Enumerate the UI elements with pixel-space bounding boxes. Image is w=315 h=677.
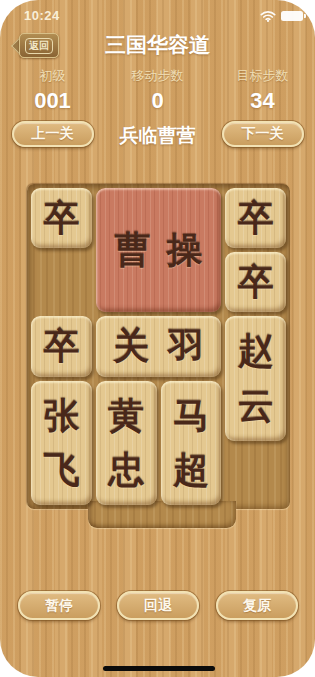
battery-icon [281,11,303,21]
back-button-label: 返回 [25,38,53,54]
tile-huangzhong[interactable]: 黄忠 [96,381,157,505]
tile-character: 操 [167,232,203,268]
pause-button[interactable]: 暂停 [18,591,100,620]
target-count: 34 [250,88,274,114]
level-number: 001 [34,88,71,114]
tile-zu2[interactable]: 卒 [225,188,286,248]
board-grid: 卒曹操卒卒卒关羽赵云张飞黄忠马超 [27,184,290,509]
back-button[interactable]: 返回 [12,33,59,58]
wifi-icon [260,10,276,22]
phone-screen: 10:24 三国华容道 返回 初级 001 上一关 移动步数 0 兵临曹营 目标… [0,0,315,677]
tile-caocao[interactable]: 曹操 [96,188,222,312]
undo-button[interactable]: 回退 [117,591,199,620]
level-name: 兵临曹营 [120,123,196,149]
tile-character: 关 [113,328,149,364]
reset-button[interactable]: 复原 [216,591,298,620]
moves-count: 0 [151,88,163,114]
tile-guanyu[interactable]: 关羽 [96,316,222,376]
tile-character: 超 [173,452,209,488]
tile-character: 云 [238,388,274,424]
tile-character: 张 [43,398,79,434]
tile-zhangfei[interactable]: 张飞 [31,381,92,505]
prev-level-button[interactable]: 上一关 [12,121,94,147]
stats-row: 初级 001 上一关 移动步数 0 兵临曹营 目标步数 34 下一关 [0,67,315,149]
tile-character: 卒 [43,200,79,236]
tile-character: 羽 [168,328,204,364]
status-icons [260,10,303,22]
home-indicator[interactable] [103,666,215,671]
tile-character: 马 [173,398,209,434]
level-label: 初级 [40,67,66,85]
game-board: 卒曹操卒卒卒关羽赵云张飞黄忠马超 [0,166,315,536]
tile-zu4[interactable]: 卒 [31,316,92,376]
tile-character: 卒 [43,328,79,364]
tile-character: 赵 [238,333,274,369]
moves-label: 移动步数 [132,67,184,85]
tile-machao[interactable]: 马超 [161,381,222,505]
tile-zhaoyun[interactable]: 赵云 [225,316,286,440]
tile-character: 飞 [43,452,79,488]
tile-character: 黄 [108,398,144,434]
tile-character: 曹 [115,232,151,268]
target-column: 目标步数 34 下一关 [210,67,315,149]
bottom-controls: 暂停 回退 复原 [18,591,298,620]
moves-column: 移动步数 0 兵临曹营 [105,67,210,149]
level-column: 初级 001 上一关 [0,67,105,149]
tile-character: 忠 [108,452,144,488]
next-level-button[interactable]: 下一关 [222,121,304,147]
target-label: 目标步数 [237,67,289,85]
tile-character: 卒 [238,200,274,236]
tile-character: 卒 [238,264,274,300]
tile-zu1[interactable]: 卒 [31,188,92,248]
tile-zu3[interactable]: 卒 [225,252,286,312]
status-time: 10:24 [24,8,60,23]
